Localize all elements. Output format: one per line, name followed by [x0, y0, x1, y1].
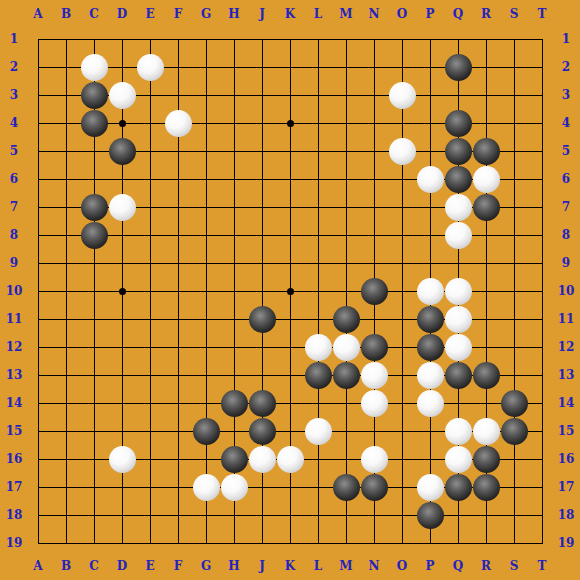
row-label-right: 13: [558, 369, 575, 381]
stone-black[interactable]: [81, 222, 108, 249]
stone-white[interactable]: [445, 306, 472, 333]
go-board[interactable]: AABBCCDDEEFFGGHHJJKKLLMMNNOOPPQQRRSSTT11…: [0, 0, 580, 580]
row-label-left: 2: [10, 61, 18, 73]
col-label-bottom: L: [314, 560, 322, 572]
stone-white[interactable]: [277, 446, 304, 473]
stone-black[interactable]: [473, 446, 500, 473]
stone-black[interactable]: [417, 334, 444, 361]
col-label-bottom: N: [369, 560, 380, 572]
col-label-top: A: [33, 8, 42, 20]
col-label-top: E: [145, 8, 154, 20]
row-label-left: 8: [10, 229, 18, 241]
stone-black[interactable]: [445, 166, 472, 193]
row-label-right: 1: [562, 33, 570, 45]
row-label-right: 5: [562, 145, 570, 157]
stone-black[interactable]: [473, 474, 500, 501]
row-label-left: 9: [10, 257, 18, 269]
stone-white[interactable]: [109, 446, 136, 473]
row-label-right: 2: [562, 61, 570, 73]
row-label-right: 12: [558, 341, 575, 353]
row-label-right: 16: [558, 453, 575, 465]
col-label-bottom: H: [228, 560, 239, 572]
stone-white[interactable]: [445, 334, 472, 361]
row-label-left: 10: [6, 285, 23, 297]
stone-black[interactable]: [305, 362, 332, 389]
col-label-top: O: [397, 8, 407, 20]
row-label-left: 18: [6, 509, 23, 521]
stone-black[interactable]: [221, 390, 248, 417]
col-label-top: P: [425, 8, 434, 20]
stone-black[interactable]: [193, 418, 220, 445]
col-label-top: N: [369, 8, 380, 20]
stone-black[interactable]: [417, 306, 444, 333]
col-label-bottom: D: [117, 560, 127, 572]
row-label-left: 17: [6, 481, 23, 493]
col-label-bottom: O: [397, 560, 407, 572]
row-label-right: 7: [562, 201, 570, 213]
col-label-bottom: R: [481, 560, 491, 572]
stone-black[interactable]: [333, 362, 360, 389]
stone-white[interactable]: [445, 222, 472, 249]
row-label-left: 16: [6, 453, 23, 465]
stone-black[interactable]: [445, 362, 472, 389]
hoshi-point: [287, 120, 294, 127]
col-label-bottom: G: [201, 560, 211, 572]
col-label-bottom: T: [538, 560, 547, 572]
col-label-top: B: [61, 8, 71, 20]
stone-white[interactable]: [165, 110, 192, 137]
stone-white[interactable]: [221, 474, 248, 501]
col-label-top: M: [339, 8, 352, 20]
col-label-top: J: [259, 8, 265, 20]
stone-black[interactable]: [109, 138, 136, 165]
stone-white[interactable]: [417, 166, 444, 193]
col-label-bottom: J: [259, 560, 265, 572]
stone-black[interactable]: [501, 390, 528, 417]
stone-white[interactable]: [445, 278, 472, 305]
stone-black[interactable]: [445, 54, 472, 81]
stone-white[interactable]: [81, 54, 108, 81]
row-label-right: 11: [558, 313, 575, 325]
row-label-left: 6: [10, 173, 18, 185]
stone-white[interactable]: [249, 446, 276, 473]
stone-white[interactable]: [445, 446, 472, 473]
stone-black[interactable]: [417, 502, 444, 529]
stone-white[interactable]: [109, 194, 136, 221]
stone-white[interactable]: [137, 54, 164, 81]
col-label-top: Q: [453, 8, 463, 20]
stone-black[interactable]: [445, 474, 472, 501]
row-label-left: 12: [6, 341, 23, 353]
row-label-left: 11: [6, 313, 23, 325]
row-label-left: 3: [10, 89, 18, 101]
col-label-top: F: [174, 8, 183, 20]
stone-white[interactable]: [473, 166, 500, 193]
stone-black[interactable]: [333, 306, 360, 333]
stone-white[interactable]: [417, 474, 444, 501]
stone-white[interactable]: [305, 334, 332, 361]
row-label-left: 7: [10, 201, 18, 213]
hoshi-point: [119, 120, 126, 127]
col-label-top: L: [314, 8, 322, 20]
stone-white[interactable]: [389, 138, 416, 165]
row-label-right: 18: [558, 509, 575, 521]
col-label-bottom: B: [61, 560, 71, 572]
stone-white[interactable]: [361, 362, 388, 389]
row-label-left: 15: [6, 425, 23, 437]
col-label-top: H: [228, 8, 239, 20]
row-label-right: 4: [562, 117, 570, 129]
stone-black[interactable]: [501, 418, 528, 445]
stone-white[interactable]: [417, 390, 444, 417]
row-label-right: 19: [558, 537, 575, 549]
col-label-bottom: P: [425, 560, 434, 572]
stone-white[interactable]: [361, 390, 388, 417]
stone-black[interactable]: [81, 82, 108, 109]
row-label-left: 13: [6, 369, 23, 381]
row-label-right: 10: [558, 285, 575, 297]
row-label-right: 8: [562, 229, 570, 241]
row-label-left: 5: [10, 145, 18, 157]
col-label-bottom: E: [145, 560, 154, 572]
stone-black[interactable]: [361, 474, 388, 501]
row-label-left: 1: [10, 33, 18, 45]
row-label-right: 14: [558, 397, 575, 409]
stone-white[interactable]: [417, 278, 444, 305]
stone-black[interactable]: [249, 390, 276, 417]
col-label-bottom: C: [89, 560, 99, 572]
col-label-top: R: [481, 8, 491, 20]
col-label-top: G: [201, 8, 211, 20]
stone-black[interactable]: [249, 306, 276, 333]
col-label-bottom: A: [33, 560, 42, 572]
stone-white[interactable]: [109, 82, 136, 109]
stone-black[interactable]: [361, 334, 388, 361]
col-label-bottom: K: [285, 560, 295, 572]
stone-black[interactable]: [445, 110, 472, 137]
row-label-left: 19: [6, 537, 23, 549]
col-label-bottom: S: [510, 560, 519, 572]
stone-black[interactable]: [473, 362, 500, 389]
stone-white[interactable]: [193, 474, 220, 501]
col-label-top: K: [285, 8, 295, 20]
stone-black[interactable]: [333, 474, 360, 501]
row-label-left: 4: [10, 117, 18, 129]
row-label-right: 6: [562, 173, 570, 185]
row-label-right: 3: [562, 89, 570, 101]
row-label-right: 9: [562, 257, 570, 269]
stone-white[interactable]: [389, 82, 416, 109]
col-label-bottom: Q: [453, 560, 463, 572]
stone-black[interactable]: [81, 110, 108, 137]
stone-white[interactable]: [417, 362, 444, 389]
hoshi-point: [119, 288, 126, 295]
col-label-top: C: [89, 8, 99, 20]
hoshi-point: [287, 288, 294, 295]
stone-white[interactable]: [445, 194, 472, 221]
row-label-right: 17: [558, 481, 575, 493]
col-label-bottom: M: [339, 560, 352, 572]
stone-white[interactable]: [445, 418, 472, 445]
col-label-bottom: F: [174, 560, 183, 572]
stone-black[interactable]: [445, 138, 472, 165]
stone-black[interactable]: [249, 418, 276, 445]
row-label-left: 14: [6, 397, 23, 409]
stone-black[interactable]: [473, 138, 500, 165]
stone-white[interactable]: [333, 334, 360, 361]
col-label-top: S: [510, 8, 519, 20]
stone-black[interactable]: [473, 194, 500, 221]
row-label-right: 15: [558, 425, 575, 437]
col-label-top: T: [538, 8, 547, 20]
stone-white[interactable]: [305, 418, 332, 445]
col-label-top: D: [117, 8, 127, 20]
stone-white[interactable]: [473, 418, 500, 445]
stone-black[interactable]: [361, 278, 388, 305]
stone-black[interactable]: [81, 194, 108, 221]
stone-white[interactable]: [361, 446, 388, 473]
stone-black[interactable]: [221, 446, 248, 473]
